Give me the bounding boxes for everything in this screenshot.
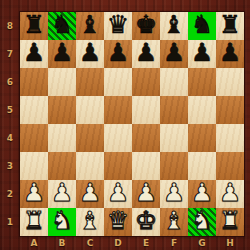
square-f1[interactable]: ♝ [160,208,188,236]
square-d3[interactable] [104,152,132,180]
rank-label-1: 1 [0,208,20,236]
square-d2[interactable]: ♟ [104,180,132,208]
square-g1[interactable]: ♞ [188,208,216,236]
square-c3[interactable] [76,152,104,180]
square-d1[interactable]: ♛ [104,208,132,236]
square-g3[interactable] [188,152,216,180]
file-label-h: H [216,236,244,250]
piece-black-queen[interactable]: ♛ [107,12,129,39]
file-labels: ABCDEFGH [20,236,244,250]
square-f2[interactable]: ♟ [160,180,188,208]
square-h3[interactable] [216,152,244,180]
square-a3[interactable] [20,152,48,180]
square-a8[interactable]: ♜ [20,12,48,40]
piece-black-rook[interactable]: ♜ [23,12,45,39]
square-e5[interactable] [132,96,160,124]
piece-white-pawn[interactable]: ♟ [191,180,213,207]
square-b4[interactable] [48,124,76,152]
rank-label-4: 4 [0,124,20,152]
piece-black-pawn[interactable]: ♟ [79,40,101,67]
piece-black-pawn[interactable]: ♟ [107,40,129,67]
square-g2[interactable]: ♟ [188,180,216,208]
square-a7[interactable]: ♟ [20,40,48,68]
piece-white-pawn[interactable]: ♟ [51,180,73,207]
rank-label-8: 8 [0,12,20,40]
square-e8[interactable]: ♚ [132,12,160,40]
piece-white-bishop[interactable]: ♝ [163,208,185,235]
piece-white-rook[interactable]: ♜ [219,208,241,235]
square-h5[interactable] [216,96,244,124]
piece-white-pawn[interactable]: ♟ [23,180,45,207]
square-f5[interactable] [160,96,188,124]
square-f8[interactable]: ♝ [160,12,188,40]
square-a4[interactable] [20,124,48,152]
piece-black-pawn[interactable]: ♟ [219,40,241,67]
square-h8[interactable]: ♜ [216,12,244,40]
piece-white-pawn[interactable]: ♟ [163,180,185,207]
square-c4[interactable] [76,124,104,152]
square-b7[interactable]: ♟ [48,40,76,68]
piece-white-knight[interactable]: ♞ [191,208,213,235]
square-a1[interactable]: ♜ [20,208,48,236]
file-label-e: E [132,236,160,250]
square-c2[interactable]: ♟ [76,180,104,208]
square-g5[interactable] [188,96,216,124]
square-b5[interactable] [48,96,76,124]
square-f4[interactable] [160,124,188,152]
square-a6[interactable] [20,68,48,96]
rank-label-2: 2 [0,180,20,208]
piece-black-king[interactable]: ♚ [135,12,157,39]
piece-white-bishop[interactable]: ♝ [79,208,101,235]
square-h4[interactable] [216,124,244,152]
square-e3[interactable] [132,152,160,180]
rank-label-7: 7 [0,40,20,68]
file-label-a: A [20,236,48,250]
square-b1[interactable]: ♞ [48,208,76,236]
square-d8[interactable]: ♛ [104,12,132,40]
square-b2[interactable]: ♟ [48,180,76,208]
chess-board[interactable]: ♜♞♝♛♚♝♞♜♟♟♟♟♟♟♟♟♟♟♟♟♟♟♟♟♜♞♝♛♚♝♞♜ [20,12,244,236]
piece-white-pawn[interactable]: ♟ [135,180,157,207]
chess-board-frame: 87654321 ♜♞♝♛♚♝♞♜♟♟♟♟♟♟♟♟♟♟♟♟♟♟♟♟♜♞♝♛♚♝♞… [0,0,250,250]
square-e1[interactable]: ♚ [132,208,160,236]
square-b3[interactable] [48,152,76,180]
square-c5[interactable] [76,96,104,124]
square-g8[interactable]: ♞ [188,12,216,40]
piece-white-knight[interactable]: ♞ [51,208,73,235]
file-label-g: G [188,236,216,250]
file-label-f: F [160,236,188,250]
square-g7[interactable]: ♟ [188,40,216,68]
piece-black-knight[interactable]: ♞ [51,12,73,39]
square-c8[interactable]: ♝ [76,12,104,40]
square-c6[interactable] [76,68,104,96]
square-h2[interactable]: ♟ [216,180,244,208]
square-e4[interactable] [132,124,160,152]
square-b6[interactable] [48,68,76,96]
square-f3[interactable] [160,152,188,180]
piece-white-pawn[interactable]: ♟ [79,180,101,207]
piece-black-pawn[interactable]: ♟ [163,40,185,67]
piece-white-rook[interactable]: ♜ [23,208,45,235]
square-d7[interactable]: ♟ [104,40,132,68]
square-h7[interactable]: ♟ [216,40,244,68]
square-d4[interactable] [104,124,132,152]
square-g4[interactable] [188,124,216,152]
piece-black-pawn[interactable]: ♟ [191,40,213,67]
square-a5[interactable] [20,96,48,124]
square-c7[interactable]: ♟ [76,40,104,68]
piece-black-pawn[interactable]: ♟ [23,40,45,67]
rank-label-3: 3 [0,152,20,180]
square-g6[interactable] [188,68,216,96]
square-e2[interactable]: ♟ [132,180,160,208]
rank-label-5: 5 [0,96,20,124]
square-f6[interactable] [160,68,188,96]
piece-white-pawn[interactable]: ♟ [219,180,241,207]
square-d6[interactable] [104,68,132,96]
file-label-d: D [104,236,132,250]
square-c1[interactable]: ♝ [76,208,104,236]
square-h1[interactable]: ♜ [216,208,244,236]
piece-white-queen[interactable]: ♛ [107,208,129,235]
piece-black-pawn[interactable]: ♟ [51,40,73,67]
square-e7[interactable]: ♟ [132,40,160,68]
square-d5[interactable] [104,96,132,124]
square-f7[interactable]: ♟ [160,40,188,68]
piece-black-pawn[interactable]: ♟ [135,40,157,67]
square-h6[interactable] [216,68,244,96]
rank-labels: 87654321 [0,12,20,236]
rank-label-6: 6 [0,68,20,96]
piece-black-knight[interactable]: ♞ [191,12,213,39]
square-e6[interactable] [132,68,160,96]
square-a2[interactable]: ♟ [20,180,48,208]
piece-black-bishop[interactable]: ♝ [79,12,101,39]
square-b8[interactable]: ♞ [48,12,76,40]
file-label-b: B [48,236,76,250]
piece-white-king[interactable]: ♚ [135,208,157,235]
piece-black-bishop[interactable]: ♝ [163,12,185,39]
file-label-c: C [76,236,104,250]
piece-white-pawn[interactable]: ♟ [107,180,129,207]
piece-black-rook[interactable]: ♜ [219,12,241,39]
